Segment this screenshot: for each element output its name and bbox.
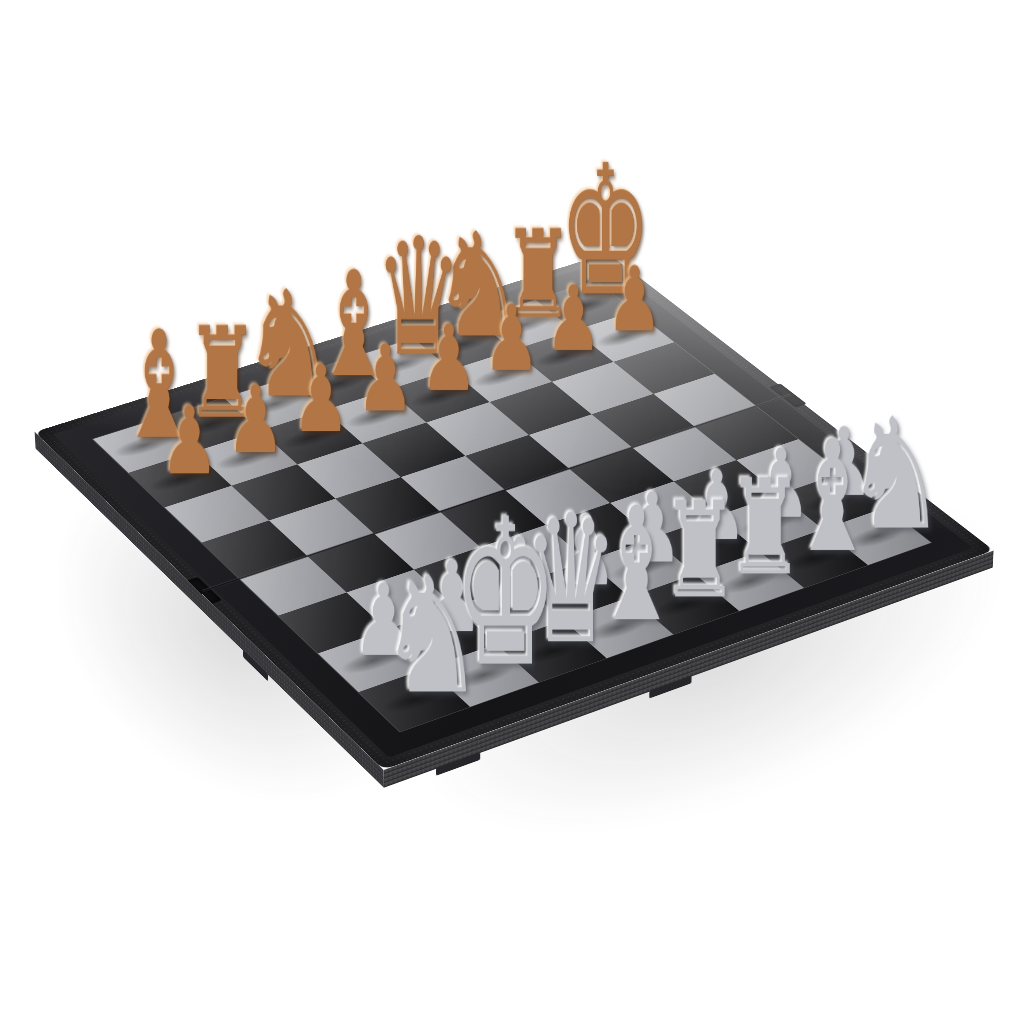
- piece-gold-pawn-a7: ♟: [160, 394, 219, 488]
- foot-tab: [436, 752, 480, 776]
- piece-gold-pawn-b7: ♟: [226, 373, 285, 466]
- chess-board: ♝♜♞♝♛♞♜♚♟♟♟♟♟♟♟♟♟♟♟♟♟♟♟♟♞♚♛♝♜♜♝♞: [35, 253, 994, 770]
- chess-set-scene: ♝♜♞♝♛♞♜♚♟♟♟♟♟♟♟♟♟♟♟♟♟♟♟♟♞♚♛♝♜♜♝♞: [0, 0, 1024, 1024]
- piece-gold-pawn-d7: ♟: [356, 333, 414, 425]
- foot-tab: [650, 675, 692, 698]
- piece-gold-pawn-f7: ♟: [483, 293, 540, 384]
- piece-gold-pawn-e7: ♟: [420, 313, 477, 404]
- piece-gold-pawn-h7: ♟: [606, 255, 662, 345]
- piece-silver-knight-a1: ♞: [378, 555, 485, 716]
- piece-gold-pawn-g7: ♟: [545, 274, 602, 364]
- piece-gold-pawn-c7: ♟: [292, 353, 350, 446]
- product-photo-stage: ♝♜♞♝♛♞♜♚♟♟♟♟♟♟♟♟♟♟♟♟♟♟♟♟♞♚♛♝♜♜♝♞: [0, 0, 1024, 1024]
